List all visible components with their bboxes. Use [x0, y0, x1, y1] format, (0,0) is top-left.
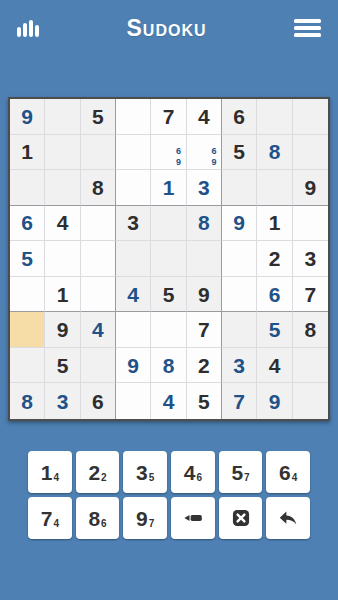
key-digit: 6 [279, 462, 291, 483]
cell-r3c8[interactable] [257, 170, 292, 206]
user-digit: 4 [92, 319, 104, 340]
cell-r4c1[interactable]: 6 [10, 206, 45, 242]
cell-r6c7[interactable] [222, 277, 257, 313]
cell-r1c1[interactable]: 9 [10, 99, 45, 135]
clear-icon [230, 507, 252, 529]
cell-r8c3[interactable] [81, 348, 116, 384]
cell-r2c5[interactable]: 69 [151, 135, 186, 171]
cell-r9c9[interactable] [293, 383, 328, 419]
cell-r4c6[interactable]: 8 [187, 206, 222, 242]
cell-r2c9[interactable] [293, 135, 328, 171]
cell-r8c9[interactable] [293, 348, 328, 384]
cell-r3c9[interactable]: 9 [293, 170, 328, 206]
given-digit: 4 [269, 355, 281, 376]
cell-r9c1[interactable]: 8 [10, 383, 45, 419]
cell-r6c4[interactable]: 4 [116, 277, 151, 313]
cell-r7c6[interactable]: 7 [187, 312, 222, 348]
cell-r6c1[interactable] [10, 277, 45, 313]
key-3[interactable]: 35 [123, 451, 167, 493]
cell-r5c9[interactable]: 3 [293, 241, 328, 277]
cell-r8c7[interactable]: 3 [222, 348, 257, 384]
key-remaining-count: 7 [149, 519, 155, 529]
given-digit: 7 [198, 319, 210, 340]
key-digit: 4 [184, 462, 196, 483]
pencil-icon [182, 507, 204, 529]
given-digit: 3 [127, 212, 139, 233]
cell-r7c7[interactable] [222, 312, 257, 348]
user-digit: 7 [233, 391, 245, 412]
user-digit: 3 [198, 177, 210, 198]
pencil-marks: 69 [151, 135, 185, 170]
user-digit: 8 [269, 141, 281, 162]
user-digit: 5 [21, 248, 33, 269]
cell-r5c7[interactable] [222, 241, 257, 277]
user-digit: 6 [21, 212, 33, 233]
key-digit: 5 [231, 462, 243, 483]
cell-r1c5[interactable]: 7 [151, 99, 186, 135]
user-digit: 3 [57, 391, 69, 412]
given-digit: 9 [198, 284, 210, 305]
given-digit: 5 [198, 391, 210, 412]
cell-r3c2[interactable] [45, 170, 80, 206]
cell-r8c2[interactable]: 5 [45, 348, 80, 384]
given-digit: 5 [57, 355, 69, 376]
stats-button[interactable] [13, 15, 43, 41]
key-digit: 7 [41, 508, 53, 529]
cell-r2c3[interactable] [81, 135, 116, 171]
cell-r9c6[interactable]: 5 [187, 383, 222, 419]
user-digit: 9 [21, 106, 33, 127]
key-remaining-count: 4 [53, 519, 59, 529]
user-digit: 9 [127, 355, 139, 376]
given-digit: 7 [304, 284, 316, 305]
cell-r1c7[interactable]: 6 [222, 99, 257, 135]
pencil-button[interactable] [171, 497, 215, 539]
cell-r5c8[interactable]: 2 [257, 241, 292, 277]
cell-r6c3[interactable] [81, 277, 116, 313]
cell-r9c3[interactable]: 6 [81, 383, 116, 419]
key-9[interactable]: 97 [123, 497, 167, 539]
cell-r7c4[interactable] [116, 312, 151, 348]
cell-r8c4[interactable]: 9 [116, 348, 151, 384]
key-digit: 3 [136, 462, 148, 483]
hamburger-icon [294, 19, 321, 37]
given-digit: 1 [57, 284, 69, 305]
given-digit: 1 [269, 212, 281, 233]
given-digit: 8 [304, 319, 316, 340]
key-6[interactable]: 64 [266, 451, 310, 493]
cell-r8c1[interactable] [10, 348, 45, 384]
user-digit: 6 [269, 284, 281, 305]
cell-r4c7[interactable]: 9 [222, 206, 257, 242]
given-digit: 8 [92, 177, 104, 198]
cell-r9c7[interactable]: 7 [222, 383, 257, 419]
cell-r4c9[interactable] [293, 206, 328, 242]
key-digit: 2 [88, 462, 100, 483]
given-digit: 1 [21, 141, 33, 162]
key-digit: 9 [136, 508, 148, 529]
cell-r6c2[interactable]: 1 [45, 277, 80, 313]
cell-r7c8[interactable]: 5 [257, 312, 292, 348]
cell-r4c2[interactable]: 4 [45, 206, 80, 242]
key-remaining-count: 7 [244, 473, 250, 483]
cell-r1c4[interactable] [116, 99, 151, 135]
cell-r8c5[interactable]: 8 [151, 348, 186, 384]
given-digit: 5 [92, 106, 104, 127]
cell-r5c6[interactable] [187, 241, 222, 277]
cell-r7c2[interactable]: 9 [45, 312, 80, 348]
key-remaining-count: 4 [53, 473, 59, 483]
given-digit: 6 [92, 391, 104, 412]
pencil-marks: 69 [187, 135, 221, 170]
cell-r2c6[interactable]: 69 [187, 135, 222, 171]
user-digit: 4 [127, 284, 139, 305]
keypad: 142235465764 748697 [28, 451, 310, 539]
given-digit: 4 [198, 106, 210, 127]
cell-r9c4[interactable] [116, 383, 151, 419]
given-digit: 2 [269, 248, 281, 269]
given-digit: 9 [57, 319, 69, 340]
cell-r1c8[interactable] [257, 99, 292, 135]
user-digit: 9 [269, 391, 281, 412]
cell-r1c6[interactable]: 4 [187, 99, 222, 135]
cell-r6c8[interactable]: 6 [257, 277, 292, 313]
key-7[interactable]: 74 [28, 497, 72, 539]
cell-r3c6[interactable]: 3 [187, 170, 222, 206]
menu-button[interactable] [290, 15, 325, 41]
cell-r5c4[interactable] [116, 241, 151, 277]
user-digit: 8 [21, 391, 33, 412]
cell-r5c1[interactable]: 5 [10, 241, 45, 277]
sudoku-board: 9574616969588139643891523145967947585982… [8, 97, 330, 421]
given-digit: 6 [233, 106, 245, 127]
cell-r9c5[interactable]: 4 [151, 383, 186, 419]
app-title: Sudoku [126, 15, 206, 42]
cell-r3c3[interactable]: 8 [81, 170, 116, 206]
given-digit: 2 [198, 355, 210, 376]
key-digit: 1 [41, 462, 53, 483]
cell-r9c8[interactable]: 9 [257, 383, 292, 419]
user-digit: 3 [233, 355, 245, 376]
user-digit: 5 [269, 319, 281, 340]
undo-button[interactable] [266, 497, 310, 539]
cell-r7c1[interactable] [10, 312, 45, 348]
key-1[interactable]: 14 [28, 451, 72, 493]
undo-icon [277, 507, 299, 529]
cell-r7c3[interactable]: 4 [81, 312, 116, 348]
user-digit: 8 [163, 355, 175, 376]
user-digit: 9 [233, 212, 245, 233]
cell-r2c1[interactable]: 1 [10, 135, 45, 171]
user-digit: 4 [163, 391, 175, 412]
key-8[interactable]: 86 [76, 497, 120, 539]
cell-r2c4[interactable] [116, 135, 151, 171]
cell-r6c5[interactable]: 5 [151, 277, 186, 313]
key-remaining-count: 4 [292, 473, 298, 483]
keypad-row-2: 748697 [28, 497, 310, 539]
given-digit: 9 [304, 177, 316, 198]
cell-r1c3[interactable]: 5 [81, 99, 116, 135]
cell-r3c1[interactable] [10, 170, 45, 206]
given-digit: 3 [304, 248, 316, 269]
cell-r7c5[interactable] [151, 312, 186, 348]
key-remaining-count: 6 [196, 473, 202, 483]
bar-chart-icon [17, 19, 39, 37]
given-digit: 7 [163, 106, 175, 127]
user-digit: 1 [163, 177, 175, 198]
key-remaining-count: 5 [149, 473, 155, 483]
cell-r2c2[interactable] [45, 135, 80, 171]
keypad-row-1: 142235465764 [28, 451, 310, 493]
cell-r3c7[interactable] [222, 170, 257, 206]
cell-r4c4[interactable]: 3 [116, 206, 151, 242]
key-digit: 8 [88, 508, 100, 529]
key-remaining-count: 6 [101, 519, 107, 529]
cell-r2c8[interactable]: 8 [257, 135, 292, 171]
cell-r3c4[interactable] [116, 170, 151, 206]
clear-button[interactable] [219, 497, 263, 539]
cell-r3c5[interactable]: 1 [151, 170, 186, 206]
key-remaining-count: 2 [101, 473, 107, 483]
key-4[interactable]: 46 [171, 451, 215, 493]
cell-r4c3[interactable] [81, 206, 116, 242]
given-digit: 5 [233, 141, 245, 162]
cell-r8c8[interactable]: 4 [257, 348, 292, 384]
cell-r9c2[interactable]: 3 [45, 383, 80, 419]
cell-r6c6[interactable]: 9 [187, 277, 222, 313]
user-digit: 8 [198, 212, 210, 233]
cell-r5c5[interactable] [151, 241, 186, 277]
key-2[interactable]: 22 [76, 451, 120, 493]
given-digit: 5 [163, 284, 175, 305]
cell-r5c3[interactable] [81, 241, 116, 277]
cell-r4c5[interactable] [151, 206, 186, 242]
given-digit: 4 [57, 212, 69, 233]
cell-r2c7[interactable]: 5 [222, 135, 257, 171]
cell-r6c9[interactable]: 7 [293, 277, 328, 313]
cell-r4c8[interactable]: 1 [257, 206, 292, 242]
cell-r8c6[interactable]: 2 [187, 348, 222, 384]
cell-r7c9[interactable]: 8 [293, 312, 328, 348]
top-bar: Sudoku [0, 0, 338, 56]
cell-r5c2[interactable] [45, 241, 80, 277]
key-5[interactable]: 57 [219, 451, 263, 493]
cell-r1c9[interactable] [293, 99, 328, 135]
cell-r1c2[interactable] [45, 99, 80, 135]
